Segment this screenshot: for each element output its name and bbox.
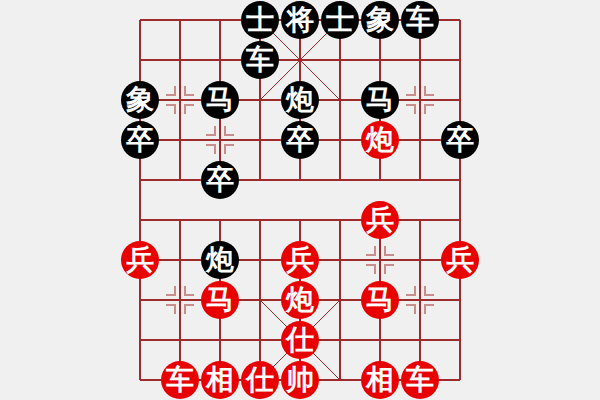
piece-black-soldier[interactable]: 卒 — [121, 121, 159, 159]
piece-red-cannon[interactable]: 炮 — [281, 281, 319, 319]
piece-black-chariot[interactable]: 车 — [401, 1, 439, 39]
piece-black-soldier[interactable]: 卒 — [441, 121, 479, 159]
piece-red-horse[interactable]: 马 — [201, 281, 239, 319]
piece-black-advisor[interactable]: 士 — [321, 1, 359, 39]
piece-red-soldier[interactable]: 兵 — [121, 241, 159, 279]
piece-black-horse[interactable]: 马 — [361, 81, 399, 119]
piece-red-advisor[interactable]: 仕 — [241, 361, 279, 399]
piece-red-elephant[interactable]: 相 — [201, 361, 239, 399]
piece-red-advisor[interactable]: 仕 — [281, 321, 319, 359]
piece-black-elephant[interactable]: 象 — [121, 81, 159, 119]
piece-black-cannon[interactable]: 炮 — [281, 81, 319, 119]
piece-black-elephant[interactable]: 象 — [361, 1, 399, 39]
piece-red-soldier[interactable]: 兵 — [441, 241, 479, 279]
piece-black-king[interactable]: 将 — [281, 1, 319, 39]
xiangqi-board[interactable]: 士将士象车车象马炮马卒卒炮卒卒兵兵炮兵兵马炮马仕车相仕帅相车 — [120, 0, 480, 400]
xiangqi-app: 士将士象车车象马炮马卒卒炮卒卒兵兵炮兵兵马炮马仕车相仕帅相车 — [0, 0, 600, 400]
piece-red-cannon[interactable]: 炮 — [361, 121, 399, 159]
piece-black-soldier[interactable]: 卒 — [281, 121, 319, 159]
piece-red-soldier[interactable]: 兵 — [281, 241, 319, 279]
piece-red-horse[interactable]: 马 — [361, 281, 399, 319]
piece-red-king[interactable]: 帅 — [281, 361, 319, 399]
piece-red-chariot[interactable]: 车 — [161, 361, 199, 399]
piece-black-chariot[interactable]: 车 — [241, 41, 279, 79]
piece-black-cannon[interactable]: 炮 — [201, 241, 239, 279]
piece-red-elephant[interactable]: 相 — [361, 361, 399, 399]
piece-red-soldier[interactable]: 兵 — [361, 201, 399, 239]
piece-red-chariot[interactable]: 车 — [401, 361, 439, 399]
piece-black-horse[interactable]: 马 — [201, 81, 239, 119]
piece-black-soldier[interactable]: 卒 — [201, 161, 239, 199]
piece-black-advisor[interactable]: 士 — [241, 1, 279, 39]
